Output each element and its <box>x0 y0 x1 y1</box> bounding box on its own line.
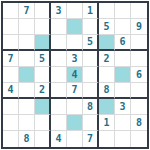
cell-r9-c5[interactable] <box>67 131 83 147</box>
cell-r1-c8[interactable] <box>115 3 131 19</box>
cell-r5-c5[interactable]: 4 <box>67 67 83 83</box>
cell-r9-c3[interactable] <box>35 131 51 147</box>
cell-r9-c9[interactable] <box>131 131 147 147</box>
cell-r6-c3[interactable]: 2 <box>35 83 51 99</box>
cell-r3-c4[interactable] <box>51 35 67 51</box>
cell-r8-c4[interactable] <box>51 115 67 131</box>
cell-r3-c2[interactable] <box>19 35 35 51</box>
cell-r6-c4[interactable] <box>51 83 67 99</box>
cell-r8-c7[interactable]: 1 <box>99 115 115 131</box>
cell-r2-c5[interactable] <box>67 19 83 35</box>
cell-r8-c2[interactable] <box>19 115 35 131</box>
cell-r2-c6[interactable] <box>83 19 99 35</box>
cell-r3-c7[interactable] <box>99 35 115 51</box>
cell-r6-c7[interactable]: 8 <box>99 83 115 99</box>
cell-r2-c1[interactable] <box>3 19 19 35</box>
cell-r1-c9[interactable] <box>131 3 147 19</box>
cell-r7-c7[interactable] <box>99 99 115 115</box>
cell-r7-c2[interactable] <box>19 99 35 115</box>
cell-r2-c7[interactable]: 5 <box>99 19 115 35</box>
cell-r4-c7[interactable]: 2 <box>99 51 115 67</box>
sudoku-board: 731595675324642788318847 <box>1 1 149 149</box>
cell-r2-c2[interactable] <box>19 19 35 35</box>
cell-r9-c6[interactable]: 7 <box>83 131 99 147</box>
cell-r4-c3[interactable]: 5 <box>35 51 51 67</box>
cell-r4-c8[interactable] <box>115 51 131 67</box>
cell-r6-c6[interactable] <box>83 83 99 99</box>
cell-r1-c1[interactable] <box>3 3 19 19</box>
cell-r5-c7[interactable] <box>99 67 115 83</box>
cell-r1-c3[interactable] <box>35 3 51 19</box>
cell-r8-c5[interactable] <box>67 115 83 131</box>
cell-r8-c3[interactable] <box>35 115 51 131</box>
cell-r4-c9[interactable] <box>131 51 147 67</box>
cell-r9-c4[interactable]: 4 <box>51 131 67 147</box>
cell-r3-c5[interactable] <box>67 35 83 51</box>
cell-r8-c6[interactable] <box>83 115 99 131</box>
cell-r5-c2[interactable] <box>19 67 35 83</box>
cell-r7-c8[interactable]: 3 <box>115 99 131 115</box>
cell-r3-c1[interactable] <box>3 35 19 51</box>
cell-r7-c5[interactable] <box>67 99 83 115</box>
cell-r6-c5[interactable]: 7 <box>67 83 83 99</box>
cell-r8-c1[interactable] <box>3 115 19 131</box>
cell-r8-c9[interactable]: 8 <box>131 115 147 131</box>
cell-r1-c6[interactable]: 1 <box>83 3 99 19</box>
cell-r5-c3[interactable] <box>35 67 51 83</box>
cell-r7-c3[interactable] <box>35 99 51 115</box>
cell-r9-c2[interactable]: 8 <box>19 131 35 147</box>
cell-r9-c1[interactable] <box>3 131 19 147</box>
cell-r3-c3[interactable] <box>35 35 51 51</box>
cell-r1-c5[interactable] <box>67 3 83 19</box>
cell-r9-c7[interactable] <box>99 131 115 147</box>
cell-r3-c6[interactable]: 5 <box>83 35 99 51</box>
cell-r7-c6[interactable]: 8 <box>83 99 99 115</box>
cell-r3-c9[interactable] <box>131 35 147 51</box>
cell-r4-c5[interactable]: 3 <box>67 51 83 67</box>
cell-r5-c9[interactable]: 6 <box>131 67 147 83</box>
cell-r7-c4[interactable] <box>51 99 67 115</box>
cell-r4-c4[interactable] <box>51 51 67 67</box>
cell-r2-c8[interactable] <box>115 19 131 35</box>
cell-r5-c6[interactable] <box>83 67 99 83</box>
cell-r3-c8[interactable]: 6 <box>115 35 131 51</box>
cell-r9-c8[interactable] <box>115 131 131 147</box>
cell-r5-c1[interactable] <box>3 67 19 83</box>
cell-r8-c8[interactable] <box>115 115 131 131</box>
cell-r2-c9[interactable]: 9 <box>131 19 147 35</box>
cell-r4-c1[interactable]: 7 <box>3 51 19 67</box>
cell-r6-c8[interactable] <box>115 83 131 99</box>
cell-r1-c4[interactable]: 3 <box>51 3 67 19</box>
cell-r2-c3[interactable] <box>35 19 51 35</box>
cell-r2-c4[interactable] <box>51 19 67 35</box>
cell-r6-c2[interactable] <box>19 83 35 99</box>
cell-r7-c9[interactable] <box>131 99 147 115</box>
cell-r5-c8[interactable] <box>115 67 131 83</box>
cell-r6-c9[interactable] <box>131 83 147 99</box>
cell-r7-c1[interactable] <box>3 99 19 115</box>
cell-r1-c2[interactable]: 7 <box>19 3 35 19</box>
cell-r4-c2[interactable] <box>19 51 35 67</box>
cell-r5-c4[interactable] <box>51 67 67 83</box>
cell-r1-c7[interactable] <box>99 3 115 19</box>
cell-r6-c1[interactable]: 4 <box>3 83 19 99</box>
cell-r4-c6[interactable] <box>83 51 99 67</box>
